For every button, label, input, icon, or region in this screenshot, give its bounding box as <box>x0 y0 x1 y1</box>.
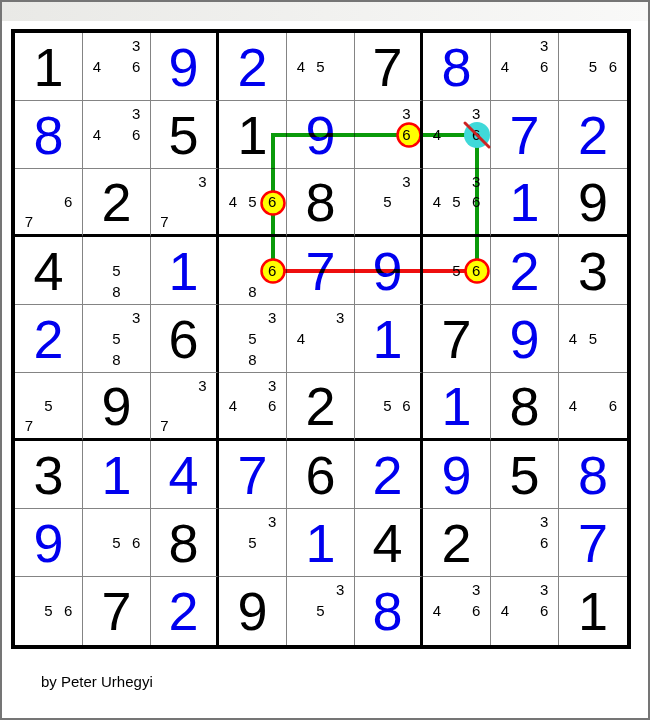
given-digit: 7 <box>423 305 490 372</box>
empty-candidate-slot <box>126 328 146 349</box>
solved-digit: 2 <box>491 237 558 304</box>
empty-candidate-slot <box>447 171 467 191</box>
cell-r4c8[interactable]: 2 <box>491 237 559 305</box>
candidate-digit: 3 <box>262 511 282 532</box>
cell-r5c4[interactable]: 358 <box>219 305 287 373</box>
cell-r7c8[interactable]: 5 <box>491 441 559 509</box>
cell-r5c3[interactable]: 6 <box>151 305 219 373</box>
cell-r8c8[interactable]: 36 <box>491 509 559 577</box>
empty-candidate-slot <box>243 212 263 232</box>
empty-candidate-slot <box>243 511 263 532</box>
empty-candidate-slot <box>87 281 107 302</box>
empty-candidate-slot <box>359 103 378 124</box>
empty-candidate-slot <box>19 171 39 191</box>
cell-r3c4[interactable]: 456 <box>219 169 287 237</box>
empty-candidate-slot <box>495 511 515 532</box>
empty-candidate-slot <box>39 212 59 232</box>
candidate-digit: 3 <box>534 579 554 600</box>
candidates: 346 <box>495 35 554 98</box>
solved-digit: 8 <box>559 441 627 508</box>
candidate-digit: 5 <box>107 532 127 553</box>
cell-r5c6[interactable]: 1 <box>355 305 423 373</box>
empty-candidate-slot <box>603 375 623 395</box>
empty-candidate-slot <box>447 124 467 145</box>
solved-digit: 9 <box>287 101 354 168</box>
candidates: 37 <box>155 375 212 436</box>
empty-candidate-slot <box>58 622 78 643</box>
sudoku-board: 1346924578346568346519363467267237456835… <box>11 29 631 649</box>
empty-candidate-slot <box>58 212 78 232</box>
given-digit: 7 <box>355 33 420 100</box>
candidate-digit: 7 <box>19 416 39 436</box>
candidate-digit: 4 <box>495 600 515 621</box>
empty-candidate-slot <box>126 77 146 98</box>
cell-r1c9[interactable]: 56 <box>559 33 627 101</box>
candidate-digit: 3 <box>397 103 416 124</box>
empty-candidate-slot <box>583 416 603 436</box>
cell-r2c6[interactable]: 36 <box>355 101 423 169</box>
cell-r4c3[interactable]: 1 <box>151 237 219 305</box>
empty-candidate-slot <box>466 281 486 302</box>
candidates: 35 <box>223 511 282 574</box>
cell-r2c1[interactable]: 8 <box>15 101 83 169</box>
empty-candidate-slot <box>223 328 243 349</box>
cell-r1c7[interactable]: 8 <box>423 33 491 101</box>
candidate-digit: 4 <box>87 124 107 145</box>
cell-r7c3[interactable]: 4 <box>151 441 219 509</box>
cell-r9c4[interactable]: 9 <box>219 577 287 645</box>
empty-candidate-slot <box>603 35 623 56</box>
empty-candidate-slot <box>58 416 78 436</box>
candidate-digit: 8 <box>243 281 263 302</box>
cell-r8c6[interactable]: 4 <box>355 509 423 577</box>
given-digit: 9 <box>559 169 627 234</box>
empty-candidate-slot <box>447 103 467 124</box>
empty-candidate-slot <box>223 239 243 260</box>
cell-r1c8[interactable]: 346 <box>491 33 559 101</box>
empty-candidate-slot <box>583 349 603 370</box>
candidate-digit: 5 <box>447 191 467 211</box>
empty-candidate-slot <box>447 600 467 621</box>
cell-r7c5[interactable]: 6 <box>287 441 355 509</box>
empty-candidate-slot <box>515 600 535 621</box>
candidate-digit: 8 <box>243 349 263 370</box>
solved-digit: 7 <box>219 441 286 508</box>
empty-candidate-slot <box>495 553 515 574</box>
cell-r5c1[interactable]: 2 <box>15 305 83 373</box>
empty-candidate-slot <box>243 553 263 574</box>
cell-r4c4[interactable]: 68 <box>219 237 287 305</box>
given-digit: 8 <box>491 373 558 438</box>
empty-candidate-slot <box>262 239 282 260</box>
solved-digit: 8 <box>355 577 420 645</box>
empty-candidate-slot <box>262 171 282 191</box>
candidate-digit: 5 <box>378 191 397 211</box>
cell-r6c9[interactable]: 46 <box>559 373 627 441</box>
candidate-digit: 6 <box>262 395 282 415</box>
candidate-digit: 3 <box>466 171 486 191</box>
cell-r6c8[interactable]: 8 <box>491 373 559 441</box>
candidate-digit: 5 <box>243 191 263 211</box>
cell-r3c5[interactable]: 8 <box>287 169 355 237</box>
empty-candidate-slot <box>603 307 623 328</box>
cell-r8c5[interactable]: 1 <box>287 509 355 577</box>
empty-candidate-slot <box>447 239 467 260</box>
empty-candidate-slot <box>126 281 146 302</box>
empty-candidate-slot <box>397 145 416 166</box>
candidates: 56 <box>427 239 486 302</box>
empty-candidate-slot <box>603 416 623 436</box>
candidate-digit: 3 <box>126 307 146 328</box>
empty-candidate-slot <box>447 622 467 643</box>
cell-r6c2[interactable]: 9 <box>83 373 151 441</box>
candidate-digit: 4 <box>427 600 447 621</box>
cell-r5c8[interactable]: 9 <box>491 305 559 373</box>
empty-candidate-slot <box>155 375 174 395</box>
cell-r8c4[interactable]: 35 <box>219 509 287 577</box>
empty-candidate-slot <box>87 307 107 328</box>
cell-r2c7[interactable]: 346 <box>423 101 491 169</box>
candidate-digit: 6 <box>397 395 416 415</box>
empty-candidate-slot <box>126 260 146 281</box>
cell-r5c7[interactable]: 7 <box>423 305 491 373</box>
cell-r7c2[interactable]: 1 <box>83 441 151 509</box>
cell-r4c9[interactable]: 3 <box>559 237 627 305</box>
empty-candidate-slot <box>330 600 350 621</box>
empty-candidate-slot <box>563 416 583 436</box>
empty-candidate-slot <box>378 212 397 232</box>
candidates: 56 <box>19 579 78 643</box>
cell-r4c1[interactable]: 4 <box>15 237 83 305</box>
sudoku-board-grid: 1346924578346568346519363467267237456835… <box>15 33 627 645</box>
candidate-digit: 3 <box>193 171 212 191</box>
cell-r3c7[interactable]: 3456 <box>423 169 491 237</box>
empty-candidate-slot <box>223 307 243 328</box>
empty-candidate-slot <box>563 77 583 98</box>
empty-candidate-slot <box>583 375 603 395</box>
cell-r3c2[interactable]: 2 <box>83 169 151 237</box>
empty-candidate-slot <box>378 124 397 145</box>
given-digit: 8 <box>287 169 354 234</box>
empty-candidate-slot <box>427 145 447 166</box>
empty-candidate-slot <box>193 395 212 415</box>
empty-candidate-slot <box>603 349 623 370</box>
cell-r9c2[interactable]: 7 <box>83 577 151 645</box>
solved-digit: 8 <box>15 101 82 168</box>
candidate-digit: 3 <box>466 579 486 600</box>
empty-candidate-slot <box>330 328 350 349</box>
candidate-digit: 4 <box>87 56 107 77</box>
empty-candidate-slot <box>330 622 350 643</box>
candidates: 45 <box>291 35 350 98</box>
empty-candidate-slot <box>359 375 378 395</box>
cell-r3c8[interactable]: 1 <box>491 169 559 237</box>
given-digit: 3 <box>15 441 82 508</box>
solved-digit: 9 <box>423 441 490 508</box>
candidates: 346 <box>427 579 486 643</box>
empty-candidate-slot <box>243 395 263 415</box>
candidates: 358 <box>223 307 282 370</box>
empty-candidate-slot <box>155 191 174 211</box>
candidate-digit: 4 <box>563 395 583 415</box>
cell-r6c6[interactable]: 56 <box>355 373 423 441</box>
empty-candidate-slot <box>174 375 193 395</box>
empty-candidate-slot <box>107 103 127 124</box>
empty-candidate-slot <box>515 77 535 98</box>
cell-r4c2[interactable]: 58 <box>83 237 151 305</box>
candidates: 35 <box>291 579 350 643</box>
cell-r9c5[interactable]: 35 <box>287 577 355 645</box>
empty-candidate-slot <box>107 239 127 260</box>
empty-candidate-slot <box>378 416 397 436</box>
candidate-digit: 4 <box>427 191 447 211</box>
empty-candidate-slot <box>87 349 107 370</box>
solved-digit: 1 <box>151 237 216 304</box>
cell-r4c7[interactable]: 56 <box>423 237 491 305</box>
candidate-digit: 6 <box>466 600 486 621</box>
cell-r2c8[interactable]: 7 <box>491 101 559 169</box>
empty-candidate-slot <box>495 35 515 56</box>
cell-r2c2[interactable]: 346 <box>83 101 151 169</box>
empty-candidate-slot <box>174 416 193 436</box>
cell-r2c4[interactable]: 1 <box>219 101 287 169</box>
cell-r4c6[interactable]: 9 <box>355 237 423 305</box>
empty-candidate-slot <box>126 239 146 260</box>
given-digit: 5 <box>491 441 558 508</box>
empty-candidate-slot <box>87 145 107 166</box>
cell-r6c7[interactable]: 1 <box>423 373 491 441</box>
empty-candidate-slot <box>515 622 535 643</box>
cell-r6c5[interactable]: 2 <box>287 373 355 441</box>
empty-candidate-slot <box>534 553 554 574</box>
empty-candidate-slot <box>291 77 311 98</box>
author-caption: by Peter Urhegyi <box>41 673 153 690</box>
empty-candidate-slot <box>495 622 515 643</box>
candidate-digit: 6 <box>603 56 623 77</box>
empty-candidate-slot <box>262 349 282 370</box>
candidate-digit: 4 <box>427 124 447 145</box>
cell-r9c8[interactable]: 346 <box>491 577 559 645</box>
solved-digit: 2 <box>355 441 420 508</box>
candidate-digit: 4 <box>495 56 515 77</box>
cell-r1c1[interactable]: 1 <box>15 33 83 101</box>
candidate-digit: 6 <box>126 532 146 553</box>
empty-candidate-slot <box>155 395 174 415</box>
cell-r8c2[interactable]: 56 <box>83 509 151 577</box>
candidates: 67 <box>19 171 78 232</box>
solved-digit: 9 <box>491 305 558 372</box>
cell-r1c3[interactable]: 9 <box>151 33 219 101</box>
candidate-digit: 6 <box>534 600 554 621</box>
empty-candidate-slot <box>291 622 311 643</box>
empty-candidate-slot <box>58 579 78 600</box>
solved-digit: 9 <box>151 33 216 100</box>
cell-r1c2[interactable]: 346 <box>83 33 151 101</box>
empty-candidate-slot <box>174 191 193 211</box>
empty-candidate-slot <box>87 553 107 574</box>
cell-r7c9[interactable]: 8 <box>559 441 627 509</box>
candidate-digit: 8 <box>107 349 127 370</box>
candidates: 45 <box>563 307 623 370</box>
candidate-digit: 4 <box>291 56 311 77</box>
empty-candidate-slot <box>262 281 282 302</box>
empty-candidate-slot <box>262 416 282 436</box>
candidate-digit: 4 <box>223 395 243 415</box>
solved-digit: 7 <box>559 509 627 576</box>
candidate-digit: 6 <box>534 56 554 77</box>
empty-candidate-slot <box>583 395 603 415</box>
cell-r9c9[interactable]: 1 <box>559 577 627 645</box>
empty-candidate-slot <box>515 579 535 600</box>
candidate-digit: 5 <box>243 328 263 349</box>
empty-candidate-slot <box>223 553 243 574</box>
candidates: 57 <box>19 375 78 436</box>
cell-r3c6[interactable]: 35 <box>355 169 423 237</box>
cell-r2c5[interactable]: 9 <box>287 101 355 169</box>
window-top-band <box>2 2 648 21</box>
candidates: 34 <box>291 307 350 370</box>
candidate-digit: 7 <box>19 212 39 232</box>
cell-r8c9[interactable]: 7 <box>559 509 627 577</box>
empty-candidate-slot <box>58 375 78 395</box>
solved-digit: 8 <box>423 33 490 100</box>
cell-r5c9[interactable]: 45 <box>559 305 627 373</box>
candidate-digit: 3 <box>126 35 146 56</box>
empty-candidate-slot <box>515 532 535 553</box>
cell-r1c4[interactable]: 2 <box>219 33 287 101</box>
empty-candidate-slot <box>243 375 263 395</box>
empty-candidate-slot <box>39 416 59 436</box>
given-digit: 1 <box>559 577 627 645</box>
candidates: 56 <box>359 375 416 436</box>
solved-digit: 1 <box>423 373 490 438</box>
cell-r6c4[interactable]: 346 <box>219 373 287 441</box>
empty-candidate-slot <box>107 124 127 145</box>
candidates: 37 <box>155 171 212 232</box>
empty-candidate-slot <box>447 281 467 302</box>
solved-digit: 9 <box>355 237 420 304</box>
cell-r4c5[interactable]: 7 <box>287 237 355 305</box>
cell-r6c1[interactable]: 57 <box>15 373 83 441</box>
given-digit: 2 <box>287 373 354 438</box>
empty-candidate-slot <box>515 56 535 77</box>
empty-candidate-slot <box>87 77 107 98</box>
solved-digit: 1 <box>355 305 420 372</box>
empty-candidate-slot <box>107 35 127 56</box>
empty-candidate-slot <box>291 600 311 621</box>
empty-candidate-slot <box>39 375 59 395</box>
empty-candidate-slot <box>19 579 39 600</box>
empty-candidate-slot <box>447 212 467 232</box>
cell-r7c1[interactable]: 3 <box>15 441 83 509</box>
cell-r7c6[interactable]: 2 <box>355 441 423 509</box>
candidates: 3456 <box>427 171 486 232</box>
empty-candidate-slot <box>563 349 583 370</box>
empty-candidate-slot <box>311 579 331 600</box>
empty-candidate-slot <box>223 375 243 395</box>
cell-r9c7[interactable]: 346 <box>423 577 491 645</box>
candidate-digit: 6 <box>58 600 78 621</box>
empty-candidate-slot <box>58 395 78 415</box>
empty-candidate-slot <box>19 622 39 643</box>
empty-candidate-slot <box>243 171 263 191</box>
cell-r3c3[interactable]: 37 <box>151 169 219 237</box>
empty-candidate-slot <box>39 171 59 191</box>
empty-candidate-slot <box>330 35 350 56</box>
given-digit: 2 <box>83 169 150 234</box>
empty-candidate-slot <box>397 375 416 395</box>
candidate-digit: 5 <box>378 395 397 415</box>
empty-candidate-slot <box>223 416 243 436</box>
cell-r8c3[interactable]: 8 <box>151 509 219 577</box>
empty-candidate-slot <box>262 553 282 574</box>
empty-candidate-slot <box>397 191 416 211</box>
solved-digit: 9 <box>15 509 82 576</box>
candidates: 346 <box>223 375 282 436</box>
cell-r1c6[interactable]: 7 <box>355 33 423 101</box>
empty-candidate-slot <box>330 56 350 77</box>
cell-r5c2[interactable]: 358 <box>83 305 151 373</box>
cell-r1c5[interactable]: 45 <box>287 33 355 101</box>
empty-candidate-slot <box>19 375 39 395</box>
empty-candidate-slot <box>427 260 447 281</box>
cell-r3c1[interactable]: 67 <box>15 169 83 237</box>
cell-r3c9[interactable]: 9 <box>559 169 627 237</box>
empty-candidate-slot <box>291 349 311 370</box>
solved-digit: 1 <box>491 169 558 234</box>
cell-r9c6[interactable]: 8 <box>355 577 423 645</box>
candidates: 58 <box>87 239 146 302</box>
cell-r9c3[interactable]: 2 <box>151 577 219 645</box>
cell-r2c9[interactable]: 2 <box>559 101 627 169</box>
empty-candidate-slot <box>193 212 212 232</box>
empty-candidate-slot <box>378 103 397 124</box>
candidate-digit: 6 <box>262 260 282 281</box>
empty-candidate-slot <box>495 532 515 553</box>
cell-r9c1[interactable]: 56 <box>15 577 83 645</box>
empty-candidate-slot <box>107 511 127 532</box>
given-digit: 4 <box>355 509 420 576</box>
empty-candidate-slot <box>583 307 603 328</box>
cell-r2c3[interactable]: 5 <box>151 101 219 169</box>
given-digit: 6 <box>151 305 216 372</box>
empty-candidate-slot <box>515 35 535 56</box>
candidates: 346 <box>87 35 146 98</box>
empty-candidate-slot <box>515 511 535 532</box>
candidate-digit: 6 <box>603 395 623 415</box>
cell-r5c5[interactable]: 34 <box>287 305 355 373</box>
empty-candidate-slot <box>87 103 107 124</box>
candidate-digit: 6 <box>534 532 554 553</box>
candidate-digit: 6 <box>466 191 486 211</box>
empty-candidate-slot <box>515 553 535 574</box>
empty-candidate-slot <box>107 553 127 574</box>
candidates: 456 <box>223 171 282 232</box>
empty-candidate-slot <box>378 375 397 395</box>
cell-r6c3[interactable]: 37 <box>151 373 219 441</box>
candidate-digit: 7 <box>155 212 174 232</box>
cell-r7c7[interactable]: 9 <box>423 441 491 509</box>
empty-candidate-slot <box>466 622 486 643</box>
empty-candidate-slot <box>243 260 263 281</box>
cell-r8c1[interactable]: 9 <box>15 509 83 577</box>
empty-candidate-slot <box>19 600 39 621</box>
empty-candidate-slot <box>223 532 243 553</box>
cell-r8c7[interactable]: 2 <box>423 509 491 577</box>
candidate-digit: 5 <box>107 260 127 281</box>
cell-r7c4[interactable]: 7 <box>219 441 287 509</box>
empty-candidate-slot <box>262 532 282 553</box>
